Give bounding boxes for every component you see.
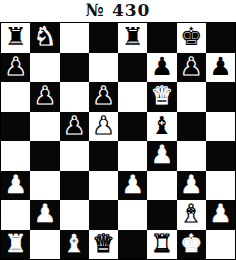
- white-pawn-e3: ♟: [121, 172, 143, 197]
- square-h8: [206, 23, 235, 53]
- square-a5: [1, 112, 30, 142]
- square-f1: ♜: [147, 230, 176, 260]
- square-a8: ♜: [1, 23, 30, 53]
- square-b1: [30, 230, 59, 260]
- white-queen-d1: ♛: [92, 231, 114, 256]
- white-pawn-b2: ♟: [34, 201, 56, 226]
- square-e3: ♟: [118, 171, 147, 201]
- square-g7: ♟: [177, 53, 206, 83]
- square-d3: [89, 171, 118, 201]
- black-pawn-h7: ♟: [209, 54, 231, 79]
- white-king-g1: ♚: [180, 231, 202, 256]
- square-h5: [206, 112, 235, 142]
- black-pawn-c5: ♟: [63, 113, 85, 138]
- black-pawn-d6: ♟: [92, 83, 114, 108]
- square-c2: [60, 200, 89, 230]
- square-c7: [60, 53, 89, 83]
- square-g1: ♚: [177, 230, 206, 260]
- square-g2: ♝: [177, 200, 206, 230]
- square-g5: [177, 112, 206, 142]
- square-h2: ♟: [206, 200, 235, 230]
- square-a3: ♟: [1, 171, 30, 201]
- black-bishop-f5: ♝: [151, 113, 173, 138]
- chess-board: ♜♞♜♚♟♟♟♟♟♟♛♟♟♝♟♟♟♟♟♝♟♜♝♛♜♚: [0, 22, 236, 260]
- square-c4: [60, 141, 89, 171]
- square-f4: ♟: [147, 141, 176, 171]
- square-g3: ♟: [177, 171, 206, 201]
- square-e8: ♜: [118, 23, 147, 53]
- square-f7: ♟: [147, 53, 176, 83]
- square-c5: ♟: [60, 112, 89, 142]
- square-c3: [60, 171, 89, 201]
- puzzle-number-title: № 430: [0, 0, 236, 22]
- white-pawn-a3: ♟: [4, 172, 26, 197]
- black-rook-a8: ♜: [4, 24, 26, 49]
- square-c1: ♝: [60, 230, 89, 260]
- square-h3: [206, 171, 235, 201]
- white-pawn-g3: ♟: [180, 172, 202, 197]
- square-d6: ♟: [89, 82, 118, 112]
- black-pawn-f7: ♟: [151, 54, 173, 79]
- black-pawn-a7: ♟: [4, 54, 26, 79]
- black-queen-f6: ♛: [151, 83, 173, 108]
- square-f8: [147, 23, 176, 53]
- white-rook-a1: ♜: [4, 231, 26, 256]
- square-h1: [206, 230, 235, 260]
- black-pawn-b6: ♟: [34, 83, 56, 108]
- square-e6: [118, 82, 147, 112]
- square-e7: [118, 53, 147, 83]
- square-a2: [1, 200, 30, 230]
- square-e4: [118, 141, 147, 171]
- square-b5: [30, 112, 59, 142]
- black-pawn-g7: ♟: [180, 54, 202, 79]
- square-f3: [147, 171, 176, 201]
- square-a4: [1, 141, 30, 171]
- white-bishop-c1: ♝: [63, 231, 85, 256]
- square-b6: ♟: [30, 82, 59, 112]
- square-g6: [177, 82, 206, 112]
- square-d5: ♟: [89, 112, 118, 142]
- square-d2: [89, 200, 118, 230]
- square-b7: [30, 53, 59, 83]
- square-d1: ♛: [89, 230, 118, 260]
- square-d8: [89, 23, 118, 53]
- square-b4: [30, 141, 59, 171]
- square-b8: ♞: [30, 23, 59, 53]
- square-g4: [177, 141, 206, 171]
- square-h6: [206, 82, 235, 112]
- square-a1: ♜: [1, 230, 30, 260]
- square-e5: [118, 112, 147, 142]
- square-f6: ♛: [147, 82, 176, 112]
- white-bishop-g2: ♝: [180, 201, 202, 226]
- square-d4: [89, 141, 118, 171]
- puzzle-page: № 430 ♜♞♜♚♟♟♟♟♟♟♛♟♟♝♟♟♟♟♟♝♟♜♝♛♜♚: [0, 0, 236, 260]
- white-pawn-h2: ♟: [209, 201, 231, 226]
- square-a7: ♟: [1, 53, 30, 83]
- black-knight-b8: ♞: [34, 24, 56, 49]
- square-d7: [89, 53, 118, 83]
- square-f5: ♝: [147, 112, 176, 142]
- white-rook-f1: ♜: [151, 231, 173, 256]
- square-e1: [118, 230, 147, 260]
- black-rook-e8: ♜: [121, 24, 143, 49]
- square-a6: [1, 82, 30, 112]
- white-pawn-f4: ♟: [151, 142, 173, 167]
- square-h4: [206, 141, 235, 171]
- white-pawn-d5: ♟: [92, 113, 114, 138]
- square-f2: [147, 200, 176, 230]
- square-c6: [60, 82, 89, 112]
- square-c8: [60, 23, 89, 53]
- square-g8: ♚: [177, 23, 206, 53]
- square-h7: ♟: [206, 53, 235, 83]
- black-king-g8: ♚: [180, 24, 202, 49]
- square-b2: ♟: [30, 200, 59, 230]
- square-e2: [118, 200, 147, 230]
- square-b3: [30, 171, 59, 201]
